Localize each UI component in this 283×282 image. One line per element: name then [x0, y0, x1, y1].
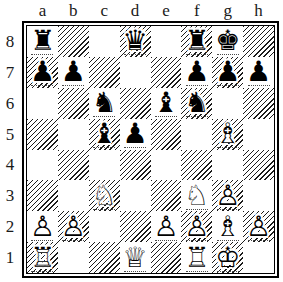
square-e6[interactable]: ♝ — [151, 88, 182, 119]
square-a6[interactable] — [27, 88, 58, 119]
square-e5[interactable] — [151, 119, 182, 150]
file-label-h: h — [243, 0, 274, 20]
square-f4[interactable] — [181, 150, 212, 181]
file-label-g: g — [212, 0, 243, 20]
piece-white-pawn: ♙ — [153, 212, 178, 242]
square-c7[interactable] — [89, 57, 120, 88]
file-label-f: f — [181, 0, 212, 20]
square-b6[interactable] — [58, 88, 89, 119]
piece-black-king: ♚ — [215, 26, 240, 56]
rank-label-7: 7 — [0, 57, 20, 88]
rank-label-1: 1 — [0, 242, 20, 273]
piece-black-pawn: ♟ — [30, 57, 55, 87]
square-g1[interactable]: ♔ — [212, 242, 243, 273]
square-h7[interactable]: ♟ — [243, 57, 274, 88]
square-g2[interactable]: ♗ — [212, 211, 243, 242]
square-h8[interactable] — [243, 26, 274, 57]
square-d8[interactable]: ♛ — [120, 26, 151, 57]
square-b2[interactable]: ♙ — [58, 211, 89, 242]
square-e7[interactable] — [151, 57, 182, 88]
square-g7[interactable]: ♟ — [212, 57, 243, 88]
square-f2[interactable]: ♙ — [181, 211, 212, 242]
square-h6[interactable] — [243, 88, 274, 119]
square-a2[interactable]: ♙ — [27, 211, 58, 242]
square-f8[interactable]: ♜ — [181, 26, 212, 57]
square-c2[interactable] — [89, 211, 120, 242]
square-b4[interactable] — [58, 150, 89, 181]
piece-black-knight: ♞ — [184, 88, 209, 118]
square-a3[interactable] — [27, 180, 58, 211]
piece-black-pawn: ♟ — [61, 57, 86, 87]
file-label-d: d — [120, 0, 151, 20]
square-c4[interactable] — [89, 150, 120, 181]
square-f5[interactable] — [181, 119, 212, 150]
file-label-c: c — [89, 0, 120, 20]
square-b1[interactable] — [58, 242, 89, 273]
square-g3[interactable]: ♙ — [212, 180, 243, 211]
square-h1[interactable] — [243, 242, 274, 273]
square-h5[interactable] — [243, 119, 274, 150]
square-c5[interactable]: ♝ — [89, 119, 120, 150]
piece-white-knight: ♘ — [92, 181, 117, 211]
square-d5[interactable]: ♟ — [120, 119, 151, 150]
piece-black-rook: ♜ — [30, 26, 55, 56]
file-label-a: a — [27, 0, 58, 20]
piece-white-bishop: ♗ — [215, 212, 240, 242]
square-e2[interactable]: ♙ — [151, 211, 182, 242]
square-e8[interactable] — [151, 26, 182, 57]
piece-black-pawn: ♟ — [246, 57, 271, 87]
piece-white-pawn: ♙ — [61, 212, 86, 242]
board-frame: ♜♛♜♚♟♟♟♟♟♞♝♞♝♟♗♘♘♙♙♙♙♙♗♙♖♕♖♔ — [22, 21, 279, 278]
piece-black-pawn: ♟ — [215, 57, 240, 87]
square-a4[interactable] — [27, 150, 58, 181]
piece-white-king: ♔ — [215, 243, 240, 273]
file-label-b: b — [58, 0, 89, 20]
square-e4[interactable] — [151, 150, 182, 181]
square-b8[interactable] — [58, 26, 89, 57]
piece-white-queen: ♕ — [123, 243, 148, 273]
rank-label-8: 8 — [0, 26, 20, 57]
rank-label-2: 2 — [0, 211, 20, 242]
piece-black-knight: ♞ — [92, 88, 117, 118]
rank-labels: 87654321 — [0, 26, 20, 273]
square-d7[interactable] — [120, 57, 151, 88]
piece-white-pawn: ♙ — [215, 181, 240, 211]
square-f6[interactable]: ♞ — [181, 88, 212, 119]
square-c1[interactable] — [89, 242, 120, 273]
piece-white-bishop: ♗ — [215, 119, 240, 149]
square-f7[interactable]: ♟ — [181, 57, 212, 88]
piece-white-pawn: ♙ — [30, 212, 55, 242]
rank-label-5: 5 — [0, 119, 20, 150]
square-b3[interactable] — [58, 180, 89, 211]
square-e3[interactable] — [151, 180, 182, 211]
piece-black-pawn: ♟ — [123, 119, 148, 149]
square-h4[interactable] — [243, 150, 274, 181]
square-c8[interactable] — [89, 26, 120, 57]
rank-label-6: 6 — [0, 88, 20, 119]
square-a5[interactable] — [27, 119, 58, 150]
piece-black-bishop: ♝ — [92, 119, 117, 149]
square-d4[interactable] — [120, 150, 151, 181]
square-b7[interactable]: ♟ — [58, 57, 89, 88]
square-d1[interactable]: ♕ — [120, 242, 151, 273]
piece-black-bishop: ♝ — [153, 88, 178, 118]
square-h2[interactable]: ♙ — [243, 211, 274, 242]
square-f3[interactable]: ♘ — [181, 180, 212, 211]
file-label-e: e — [151, 0, 182, 20]
square-c3[interactable]: ♘ — [89, 180, 120, 211]
square-h3[interactable] — [243, 180, 274, 211]
square-d6[interactable] — [120, 88, 151, 119]
square-g8[interactable]: ♚ — [212, 26, 243, 57]
piece-white-pawn: ♙ — [184, 212, 209, 242]
piece-white-pawn: ♙ — [246, 212, 271, 242]
square-c6[interactable]: ♞ — [89, 88, 120, 119]
square-a8[interactable]: ♜ — [27, 26, 58, 57]
piece-black-rook: ♜ — [184, 26, 209, 56]
rank-label-3: 3 — [0, 180, 20, 211]
piece-white-knight: ♘ — [184, 181, 209, 211]
square-d2[interactable] — [120, 211, 151, 242]
square-e1[interactable] — [151, 242, 182, 273]
square-g5[interactable]: ♗ — [212, 119, 243, 150]
square-g4[interactable] — [212, 150, 243, 181]
square-b5[interactable] — [58, 119, 89, 150]
square-f1[interactable]: ♖ — [181, 242, 212, 273]
square-a7[interactable]: ♟ — [27, 57, 58, 88]
square-a1[interactable]: ♖ — [27, 242, 58, 273]
chess-diagram: abcdefgh 87654321 ♜♛♜♚♟♟♟♟♟♞♝♞♝♟♗♘♘♙♙♙♙♙… — [0, 0, 283, 282]
piece-white-rook: ♖ — [30, 243, 55, 273]
chess-board: ♜♛♜♚♟♟♟♟♟♞♝♞♝♟♗♘♘♙♙♙♙♙♗♙♖♕♖♔ — [26, 25, 275, 274]
piece-black-pawn: ♟ — [184, 57, 209, 87]
file-labels: abcdefgh — [27, 0, 274, 20]
piece-black-queen: ♛ — [123, 26, 148, 56]
square-d3[interactable] — [120, 180, 151, 211]
rank-label-4: 4 — [0, 150, 20, 181]
piece-white-rook: ♖ — [184, 243, 209, 273]
square-g6[interactable] — [212, 88, 243, 119]
